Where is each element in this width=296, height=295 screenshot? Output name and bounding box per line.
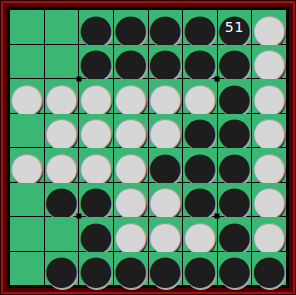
cell-g8[interactable]: ●: [218, 252, 252, 286]
cell-f2[interactable]: ●: [183, 45, 217, 79]
cell-e7[interactable]: ●: [149, 217, 183, 251]
cell-h8[interactable]: ●: [252, 252, 286, 286]
cell-h2[interactable]: ●: [252, 45, 286, 79]
cell-b6[interactable]: ●: [45, 183, 79, 217]
cell-c5[interactable]: ●: [79, 148, 113, 182]
black-disc: ●: [45, 253, 79, 287]
cell-f3[interactable]: ●: [183, 79, 217, 113]
cell-d2[interactable]: ●: [114, 45, 148, 79]
black-disc: ●: [218, 253, 252, 287]
cell-a6[interactable]: [10, 183, 44, 217]
cell-d7[interactable]: ●: [114, 217, 148, 251]
cell-d5[interactable]: ●: [114, 148, 148, 182]
cell-e2[interactable]: ●: [149, 45, 183, 79]
star-point: [77, 214, 82, 219]
cell-d4[interactable]: ●: [114, 114, 148, 148]
cell-c7[interactable]: ●: [79, 217, 113, 251]
black-disc: ●: [183, 253, 217, 287]
cell-a3[interactable]: ●: [10, 79, 44, 113]
star-point: [215, 76, 220, 81]
cell-c8[interactable]: ●: [79, 252, 113, 286]
move-number-label: 51: [218, 10, 252, 44]
cell-h7[interactable]: ●: [252, 217, 286, 251]
frame-bevel: ●●●●●51●●●●●●●●●●●●●●●●●●●●●●●●●●●●●●●●●…: [1, 1, 295, 294]
cell-b2[interactable]: [45, 45, 79, 79]
cell-e8[interactable]: ●: [149, 252, 183, 286]
cell-f1[interactable]: ●: [183, 10, 217, 44]
cell-d1[interactable]: ●: [114, 10, 148, 44]
cell-e5[interactable]: ●: [149, 148, 183, 182]
cell-c3[interactable]: ●: [79, 79, 113, 113]
cell-a7[interactable]: [10, 217, 44, 251]
cell-e6[interactable]: ●: [149, 183, 183, 217]
cell-a4[interactable]: [10, 114, 44, 148]
cell-h5[interactable]: ●: [252, 148, 286, 182]
cell-g6[interactable]: ●: [218, 183, 252, 217]
cell-d8[interactable]: ●: [114, 252, 148, 286]
cell-b3[interactable]: ●: [45, 79, 79, 113]
cell-b7[interactable]: [45, 217, 79, 251]
cell-g7[interactable]: ●: [218, 217, 252, 251]
black-disc: ●: [149, 253, 183, 287]
cell-c4[interactable]: ●: [79, 114, 113, 148]
cell-c2[interactable]: ●: [79, 45, 113, 79]
cell-f5[interactable]: ●: [183, 148, 217, 182]
cell-h6[interactable]: ●: [252, 183, 286, 217]
cell-h4[interactable]: ●: [252, 114, 286, 148]
cell-f6[interactable]: ●: [183, 183, 217, 217]
cell-b8[interactable]: ●: [45, 252, 79, 286]
cell-g2[interactable]: ●: [218, 45, 252, 79]
black-disc: ●: [114, 253, 148, 287]
board-frame: ●●●●●51●●●●●●●●●●●●●●●●●●●●●●●●●●●●●●●●●…: [0, 0, 296, 295]
black-disc: ●: [79, 253, 113, 287]
cell-g3[interactable]: ●: [218, 79, 252, 113]
cell-g5[interactable]: ●: [218, 148, 252, 182]
white-disc: ●: [10, 80, 44, 114]
cell-f7[interactable]: ●: [183, 217, 217, 251]
cell-c1[interactable]: ●: [79, 10, 113, 44]
cell-h3[interactable]: ●: [252, 79, 286, 113]
cell-e4[interactable]: ●: [149, 114, 183, 148]
cell-e1[interactable]: ●: [149, 10, 183, 44]
star-point: [77, 76, 82, 81]
cell-g1[interactable]: ●51: [218, 10, 252, 44]
black-disc: ●: [45, 184, 79, 218]
star-point: [215, 214, 220, 219]
cell-d3[interactable]: ●: [114, 79, 148, 113]
cell-c6[interactable]: ●: [79, 183, 113, 217]
cell-a8[interactable]: [10, 252, 44, 286]
cell-f4[interactable]: ●: [183, 114, 217, 148]
black-disc: ●: [252, 253, 286, 287]
board-inner-border: ●●●●●51●●●●●●●●●●●●●●●●●●●●●●●●●●●●●●●●●…: [7, 7, 289, 288]
cell-f8[interactable]: ●: [183, 252, 217, 286]
cell-d6[interactable]: ●: [114, 183, 148, 217]
cell-b5[interactable]: ●: [45, 148, 79, 182]
cell-b1[interactable]: [45, 10, 79, 44]
cell-a1[interactable]: [10, 10, 44, 44]
cell-e3[interactable]: ●: [149, 79, 183, 113]
cell-g4[interactable]: ●: [218, 114, 252, 148]
cell-h1[interactable]: ●: [252, 10, 286, 44]
cell-a2[interactable]: [10, 45, 44, 79]
othello-board: ●●●●●51●●●●●●●●●●●●●●●●●●●●●●●●●●●●●●●●●…: [10, 10, 286, 285]
cell-b4[interactable]: ●: [45, 114, 79, 148]
cell-a5[interactable]: ●: [10, 148, 44, 182]
white-disc: ●: [10, 149, 44, 183]
